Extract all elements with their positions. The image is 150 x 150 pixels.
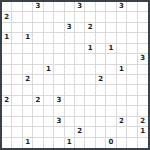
empty-cell[interactable] bbox=[106, 106, 116, 116]
empty-cell[interactable] bbox=[12, 138, 22, 148]
empty-cell[interactable] bbox=[12, 65, 22, 75]
empty-cell[interactable] bbox=[44, 12, 54, 22]
empty-cell[interactable] bbox=[44, 2, 54, 12]
empty-cell[interactable] bbox=[12, 117, 22, 127]
empty-cell[interactable] bbox=[54, 23, 64, 33]
empty-cell[interactable] bbox=[106, 127, 116, 137]
clue-cell[interactable]: 1 bbox=[117, 65, 127, 75]
empty-cell[interactable] bbox=[127, 138, 137, 148]
empty-cell[interactable] bbox=[12, 127, 22, 137]
empty-cell[interactable] bbox=[138, 106, 148, 116]
slitherlink-board[interactable]: 33323211113112222332221110 bbox=[0, 0, 150, 150]
empty-cell[interactable] bbox=[106, 96, 116, 106]
empty-cell[interactable] bbox=[2, 138, 12, 148]
empty-cell[interactable] bbox=[85, 33, 95, 43]
empty-cell[interactable] bbox=[85, 2, 95, 12]
empty-cell[interactable] bbox=[106, 2, 116, 12]
empty-cell[interactable] bbox=[2, 117, 12, 127]
empty-cell[interactable] bbox=[96, 138, 106, 148]
empty-cell[interactable] bbox=[75, 23, 85, 33]
clue-cell[interactable]: 3 bbox=[117, 2, 127, 12]
empty-cell[interactable] bbox=[54, 12, 64, 22]
clue-cell[interactable]: 2 bbox=[85, 23, 95, 33]
empty-cell[interactable] bbox=[127, 23, 137, 33]
empty-cell[interactable] bbox=[127, 127, 137, 137]
empty-cell[interactable] bbox=[54, 54, 64, 64]
empty-cell[interactable] bbox=[33, 75, 43, 85]
empty-cell[interactable] bbox=[2, 75, 12, 85]
clue-cell[interactable]: 1 bbox=[65, 138, 75, 148]
empty-cell[interactable] bbox=[12, 12, 22, 22]
empty-cell[interactable] bbox=[54, 2, 64, 12]
clue-cell[interactable]: 3 bbox=[138, 54, 148, 64]
empty-cell[interactable] bbox=[127, 33, 137, 43]
empty-cell[interactable] bbox=[2, 65, 12, 75]
empty-cell[interactable] bbox=[96, 44, 106, 54]
empty-cell[interactable] bbox=[96, 23, 106, 33]
clue-cell[interactable]: 2 bbox=[23, 75, 33, 85]
empty-cell[interactable] bbox=[2, 23, 12, 33]
empty-cell[interactable] bbox=[85, 96, 95, 106]
empty-cell[interactable] bbox=[138, 2, 148, 12]
empty-cell[interactable] bbox=[65, 117, 75, 127]
empty-cell[interactable] bbox=[33, 54, 43, 64]
empty-cell[interactable] bbox=[75, 65, 85, 75]
empty-cell[interactable] bbox=[54, 127, 64, 137]
clue-cell[interactable]: 2 bbox=[75, 127, 85, 137]
empty-cell[interactable] bbox=[138, 75, 148, 85]
empty-cell[interactable] bbox=[65, 96, 75, 106]
empty-cell[interactable] bbox=[117, 106, 127, 116]
empty-cell[interactable] bbox=[138, 65, 148, 75]
empty-cell[interactable] bbox=[2, 106, 12, 116]
empty-cell[interactable] bbox=[23, 23, 33, 33]
empty-cell[interactable] bbox=[117, 85, 127, 95]
empty-cell[interactable] bbox=[96, 65, 106, 75]
empty-cell[interactable] bbox=[106, 33, 116, 43]
empty-cell[interactable] bbox=[65, 33, 75, 43]
empty-cell[interactable] bbox=[65, 106, 75, 116]
empty-cell[interactable] bbox=[138, 85, 148, 95]
empty-cell[interactable] bbox=[23, 127, 33, 137]
empty-cell[interactable] bbox=[33, 106, 43, 116]
empty-cell[interactable] bbox=[2, 2, 12, 12]
empty-cell[interactable] bbox=[33, 138, 43, 148]
empty-cell[interactable] bbox=[65, 44, 75, 54]
empty-cell[interactable] bbox=[127, 96, 137, 106]
empty-cell[interactable] bbox=[12, 106, 22, 116]
empty-cell[interactable] bbox=[85, 85, 95, 95]
empty-cell[interactable] bbox=[127, 12, 137, 22]
empty-cell[interactable] bbox=[12, 33, 22, 43]
empty-cell[interactable] bbox=[85, 117, 95, 127]
empty-cell[interactable] bbox=[23, 96, 33, 106]
clue-cell[interactable]: 1 bbox=[44, 65, 54, 75]
empty-cell[interactable] bbox=[2, 44, 12, 54]
empty-cell[interactable] bbox=[23, 117, 33, 127]
empty-cell[interactable] bbox=[44, 85, 54, 95]
empty-cell[interactable] bbox=[44, 33, 54, 43]
empty-cell[interactable] bbox=[106, 65, 116, 75]
empty-cell[interactable] bbox=[44, 44, 54, 54]
empty-cell[interactable] bbox=[12, 85, 22, 95]
clue-cell[interactable]: 2 bbox=[2, 12, 12, 22]
empty-cell[interactable] bbox=[33, 33, 43, 43]
clue-cell[interactable]: 1 bbox=[2, 33, 12, 43]
empty-cell[interactable] bbox=[54, 44, 64, 54]
clue-cell[interactable]: 2 bbox=[117, 117, 127, 127]
empty-cell[interactable] bbox=[65, 54, 75, 64]
empty-cell[interactable] bbox=[23, 2, 33, 12]
empty-cell[interactable] bbox=[44, 23, 54, 33]
empty-cell[interactable] bbox=[117, 44, 127, 54]
empty-cell[interactable] bbox=[96, 33, 106, 43]
empty-cell[interactable] bbox=[85, 127, 95, 137]
empty-cell[interactable] bbox=[65, 2, 75, 12]
empty-cell[interactable] bbox=[127, 2, 137, 12]
empty-cell[interactable] bbox=[12, 2, 22, 12]
empty-cell[interactable] bbox=[106, 54, 116, 64]
empty-cell[interactable] bbox=[44, 96, 54, 106]
empty-cell[interactable] bbox=[127, 85, 137, 95]
empty-cell[interactable] bbox=[117, 127, 127, 137]
empty-cell[interactable] bbox=[106, 85, 116, 95]
empty-cell[interactable] bbox=[96, 12, 106, 22]
clue-cell[interactable]: 3 bbox=[33, 2, 43, 12]
clue-cell[interactable]: 1 bbox=[138, 127, 148, 137]
empty-cell[interactable] bbox=[85, 75, 95, 85]
clue-cell[interactable]: 0 bbox=[106, 138, 116, 148]
empty-cell[interactable] bbox=[54, 106, 64, 116]
empty-cell[interactable] bbox=[85, 65, 95, 75]
empty-cell[interactable] bbox=[127, 75, 137, 85]
clue-cell[interactable]: 2 bbox=[2, 96, 12, 106]
empty-cell[interactable] bbox=[138, 33, 148, 43]
empty-cell[interactable] bbox=[44, 106, 54, 116]
empty-cell[interactable] bbox=[33, 12, 43, 22]
empty-cell[interactable] bbox=[2, 54, 12, 64]
empty-cell[interactable] bbox=[65, 85, 75, 95]
empty-cell[interactable] bbox=[75, 75, 85, 85]
empty-cell[interactable] bbox=[33, 117, 43, 127]
empty-cell[interactable] bbox=[85, 12, 95, 22]
empty-cell[interactable] bbox=[96, 2, 106, 12]
empty-cell[interactable] bbox=[96, 54, 106, 64]
empty-cell[interactable] bbox=[23, 12, 33, 22]
empty-cell[interactable] bbox=[106, 75, 116, 85]
empty-cell[interactable] bbox=[106, 117, 116, 127]
empty-cell[interactable] bbox=[85, 54, 95, 64]
empty-cell[interactable] bbox=[75, 85, 85, 95]
empty-cell[interactable] bbox=[127, 54, 137, 64]
clue-cell[interactable]: 3 bbox=[54, 96, 64, 106]
empty-cell[interactable] bbox=[117, 75, 127, 85]
empty-cell[interactable] bbox=[65, 75, 75, 85]
empty-cell[interactable] bbox=[138, 23, 148, 33]
empty-cell[interactable] bbox=[75, 33, 85, 43]
empty-cell[interactable] bbox=[44, 127, 54, 137]
empty-cell[interactable] bbox=[138, 44, 148, 54]
empty-cell[interactable] bbox=[12, 23, 22, 33]
empty-cell[interactable] bbox=[65, 127, 75, 137]
empty-cell[interactable] bbox=[33, 127, 43, 137]
empty-cell[interactable] bbox=[117, 54, 127, 64]
empty-cell[interactable] bbox=[75, 96, 85, 106]
empty-cell[interactable] bbox=[33, 23, 43, 33]
empty-cell[interactable] bbox=[96, 117, 106, 127]
empty-cell[interactable] bbox=[44, 75, 54, 85]
empty-cell[interactable] bbox=[12, 54, 22, 64]
empty-cell[interactable] bbox=[2, 127, 12, 137]
clue-cell[interactable]: 1 bbox=[85, 44, 95, 54]
empty-cell[interactable] bbox=[54, 33, 64, 43]
empty-cell[interactable] bbox=[75, 54, 85, 64]
clue-cell[interactable]: 1 bbox=[23, 33, 33, 43]
empty-cell[interactable] bbox=[75, 12, 85, 22]
empty-cell[interactable] bbox=[23, 44, 33, 54]
empty-cell[interactable] bbox=[33, 85, 43, 95]
empty-cell[interactable] bbox=[117, 96, 127, 106]
empty-cell[interactable] bbox=[33, 44, 43, 54]
empty-cell[interactable] bbox=[117, 12, 127, 22]
empty-cell[interactable] bbox=[96, 85, 106, 95]
clue-cell[interactable]: 2 bbox=[33, 96, 43, 106]
clue-cell[interactable]: 3 bbox=[54, 117, 64, 127]
clue-cell[interactable]: 1 bbox=[106, 44, 116, 54]
empty-cell[interactable] bbox=[85, 138, 95, 148]
empty-cell[interactable] bbox=[75, 138, 85, 148]
empty-cell[interactable] bbox=[75, 117, 85, 127]
empty-cell[interactable] bbox=[138, 138, 148, 148]
empty-cell[interactable] bbox=[127, 106, 137, 116]
empty-cell[interactable] bbox=[96, 96, 106, 106]
empty-cell[interactable] bbox=[117, 33, 127, 43]
empty-cell[interactable] bbox=[44, 138, 54, 148]
empty-cell[interactable] bbox=[138, 12, 148, 22]
empty-cell[interactable] bbox=[2, 85, 12, 95]
empty-cell[interactable] bbox=[127, 44, 137, 54]
clue-cell[interactable]: 3 bbox=[75, 2, 85, 12]
empty-cell[interactable] bbox=[44, 117, 54, 127]
clue-cell[interactable]: 1 bbox=[23, 138, 33, 148]
empty-cell[interactable] bbox=[12, 44, 22, 54]
empty-cell[interactable] bbox=[54, 138, 64, 148]
empty-cell[interactable] bbox=[54, 65, 64, 75]
empty-cell[interactable] bbox=[96, 106, 106, 116]
empty-cell[interactable] bbox=[54, 85, 64, 95]
empty-cell[interactable] bbox=[23, 65, 33, 75]
empty-cell[interactable] bbox=[85, 106, 95, 116]
empty-cell[interactable] bbox=[23, 106, 33, 116]
clue-cell[interactable]: 3 bbox=[65, 23, 75, 33]
clue-cell[interactable]: 2 bbox=[138, 117, 148, 127]
empty-cell[interactable] bbox=[75, 44, 85, 54]
empty-cell[interactable] bbox=[106, 23, 116, 33]
empty-cell[interactable] bbox=[127, 117, 137, 127]
empty-cell[interactable] bbox=[117, 138, 127, 148]
empty-cell[interactable] bbox=[23, 85, 33, 95]
empty-cell[interactable] bbox=[65, 65, 75, 75]
empty-cell[interactable] bbox=[96, 127, 106, 137]
empty-cell[interactable] bbox=[23, 54, 33, 64]
empty-cell[interactable] bbox=[54, 75, 64, 85]
empty-cell[interactable] bbox=[33, 65, 43, 75]
empty-cell[interactable] bbox=[106, 12, 116, 22]
empty-cell[interactable] bbox=[44, 54, 54, 64]
clue-cell[interactable]: 2 bbox=[96, 75, 106, 85]
empty-cell[interactable] bbox=[138, 96, 148, 106]
empty-cell[interactable] bbox=[117, 23, 127, 33]
empty-cell[interactable] bbox=[127, 65, 137, 75]
empty-cell[interactable] bbox=[75, 106, 85, 116]
empty-cell[interactable] bbox=[12, 75, 22, 85]
empty-cell[interactable] bbox=[65, 12, 75, 22]
empty-cell[interactable] bbox=[12, 96, 22, 106]
